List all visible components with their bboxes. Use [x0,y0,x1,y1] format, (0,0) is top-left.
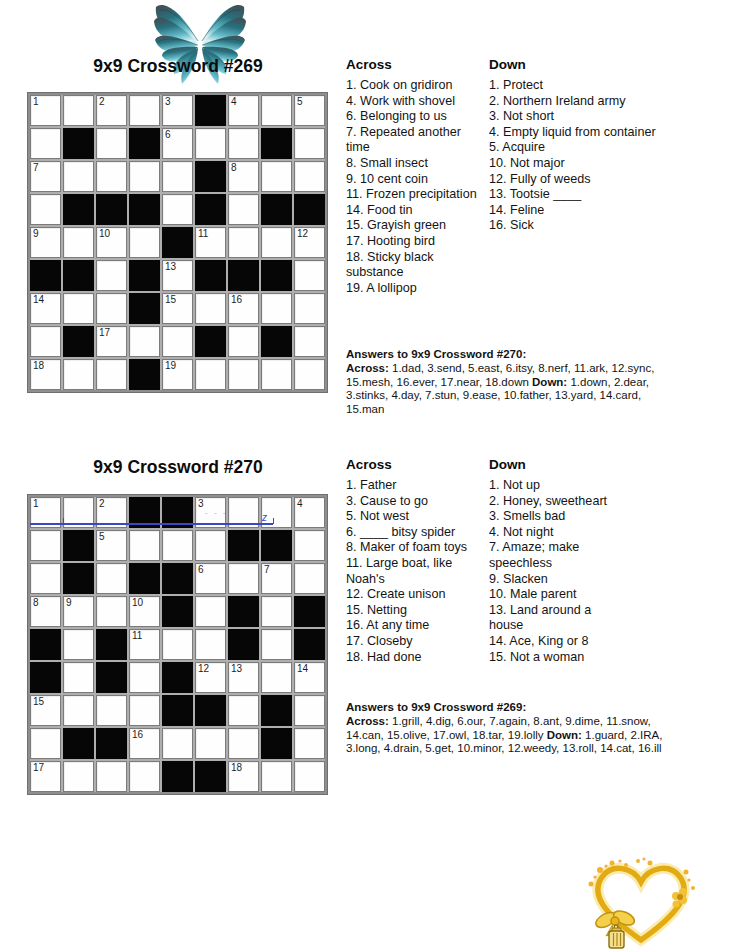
letter-cell[interactable] [30,563,61,594]
block-cell [63,260,94,291]
letter-cell[interactable] [195,128,226,159]
clue-across-12: 12. Create unison [346,587,486,603]
clue-number: 16 [231,294,242,305]
letter-cell[interactable] [129,95,160,126]
block-cell [96,629,127,660]
block-cell [162,227,193,258]
clue-down-5: 5. Acquire [489,140,659,156]
letter-cell[interactable] [162,194,193,225]
block-cell [129,260,160,291]
clue-across-15: 15. Grayish green [346,218,482,234]
clue-down-15: 15. Not a woman [489,650,621,666]
clue-down-13: 13. Land around a house [489,603,621,634]
clue-number: 5 [297,96,303,107]
clue-across-6: 6. Belonging to us [346,109,482,125]
clue-across-5: 5. Not west [346,509,486,525]
block-cell [96,728,127,759]
answers-down-label: Down: [547,729,582,741]
answer-key-body: Across: 1.dad, 3.send, 5.east, 6.itsy, 8… [346,362,676,417]
letter-cell[interactable]: 18 [30,359,61,390]
letter-cell[interactable]: 13 [162,260,193,291]
letter-cell[interactable] [195,293,226,324]
clues-269: Across 1. Cook on gridiron4. Work with s… [346,57,659,296]
letter-cell[interactable] [96,563,127,594]
clue-across-9: 9. 10 cent coin [346,172,482,188]
letter-cell[interactable] [162,161,193,192]
letter-cell[interactable]: 10 [96,227,127,258]
letter-cell[interactable] [30,326,61,357]
letter-cell[interactable]: 11 [195,227,226,258]
clue-number: 14 [297,663,308,674]
block-cell [30,629,61,660]
clue-number: 9 [33,228,39,239]
puzzle-270-title: 9x9 Crossword #270 [28,457,328,478]
clue-down-14: 14. Ace, King or 8 [489,634,621,650]
letter-cell[interactable]: 7 [30,161,61,192]
clue-number: 15 [165,294,176,305]
letter-cell[interactable] [162,326,193,357]
letter-cell[interactable] [63,293,94,324]
letter-cell[interactable] [96,128,127,159]
letter-cell[interactable]: 6 [162,128,193,159]
letter-cell[interactable]: 5 [294,95,325,126]
block-cell [261,530,292,561]
clue-number: 18 [231,762,242,773]
block-cell [261,695,292,726]
clue-number: 9 [66,597,72,608]
letter-cell[interactable]: 6 [195,563,226,594]
clue-down-3: 3. Smells bad [489,509,621,525]
letter-cell[interactable]: 9 [63,596,94,627]
clue-across-4: 4. Work with shovel [346,94,482,110]
answers-across-label: Across: [346,362,389,374]
clue-down-4: 4. Not night [489,525,621,541]
letter-cell[interactable] [195,728,226,759]
puzzle-269-title: 9x9 Crossword #269 [28,56,328,77]
answer-key-body: Across: 1.grill, 4.dig, 6.our, 7.again, … [346,715,676,756]
clue-across-11: 11. Large boat, like Noah's [346,556,486,587]
clue-across-1: 1. Father [346,478,486,494]
block-cell [63,530,94,561]
letter-cell[interactable] [261,95,292,126]
letter-cell[interactable] [96,293,127,324]
letter-cell[interactable]: 16 [129,728,160,759]
letter-cell[interactable]: 9 [30,227,61,258]
block-cell [195,194,226,225]
clue-across-8: 8. Small insect [346,156,482,172]
letter-cell[interactable] [129,761,160,792]
block-cell [294,194,325,225]
letter-cell[interactable]: 1 [30,95,61,126]
block-cell [162,761,193,792]
letter-cell[interactable] [63,761,94,792]
letter-cell[interactable] [261,293,292,324]
letter-cell[interactable] [261,161,292,192]
letter-cell[interactable]: 3 [162,95,193,126]
block-cell [162,662,193,693]
clue-down-7: 7. Amaze; make speechless [489,540,621,571]
letter-cell[interactable]: 10 [129,596,160,627]
letter-cell[interactable] [294,293,325,324]
clue-number: 10 [132,597,143,608]
letter-cell[interactable] [228,359,259,390]
clue-down-13: 13. Tootsie ____ [489,187,659,203]
letter-cell[interactable]: 8 [30,596,61,627]
letter-cell[interactable] [63,359,94,390]
answer-key-heading: Answers to 9x9 Crossword #270: [346,348,676,362]
clue-across-7: 7. Repeated another time [346,125,482,156]
clue-number: 8 [231,162,237,173]
letter-cell[interactable]: 16 [228,293,259,324]
letter-cell[interactable]: 7 [261,563,292,594]
block-cell [195,161,226,192]
selection-dashes-artifact: - - - [205,508,227,517]
letter-cell[interactable] [129,161,160,192]
clue-number: 15 [33,696,44,707]
clues-269-across-column: Across 1. Cook on gridiron4. Work with s… [346,57,482,296]
letter-cell[interactable] [294,161,325,192]
clue-across-14: 14. Food tin [346,203,482,219]
letter-cell[interactable] [195,530,226,561]
block-cell [228,260,259,291]
block-cell [195,260,226,291]
block-cell [63,326,94,357]
letter-cell[interactable] [96,359,127,390]
clue-number: 1 [33,498,39,509]
block-cell [228,596,259,627]
gold-heart-lantern-icon [576,854,706,950]
answers-across-label: Across: [346,715,389,727]
letter-cell[interactable] [261,359,292,390]
letter-cell[interactable] [261,596,292,627]
clues-269-down-column: Down 1. Protect2. Northern Ireland army3… [489,57,659,234]
letter-cell[interactable] [294,761,325,792]
crossword-grid-270: 123456789101112131415161718 [28,495,327,794]
letter-cell[interactable] [261,662,292,693]
clues-270-down-column: Down 1. Not up2. Honey, sweetheart3. Sme… [489,457,621,665]
block-cell [30,662,61,693]
clue-across-15: 15. Netting [346,603,486,619]
answers-down-label: Down: [532,376,567,388]
selection-tick-artifact [273,518,274,524]
letter-cell[interactable]: 18 [228,761,259,792]
down-header: Down [489,457,621,473]
letter-cell[interactable] [228,326,259,357]
selection-line-artifact [30,523,273,525]
clue-down-10: 10. Male parent [489,587,621,603]
letter-cell[interactable] [162,530,193,561]
block-cell [294,629,325,660]
answer-key-269: Answers to 9x9 Crossword #269: Across: 1… [346,701,676,756]
block-cell [162,695,193,726]
letter-cell[interactable] [96,596,127,627]
letter-cell[interactable] [261,227,292,258]
crossword-grid-269: 12345678910111213141516171819 [28,93,327,392]
clue-down-3: 3. Not short [489,109,659,125]
letter-cell[interactable]: 12 [195,662,226,693]
clue-number: 10 [99,228,110,239]
clues-270-across-column: Across 1. Father3. Cause to go5. Not wes… [346,457,486,665]
block-cell [129,359,160,390]
block-cell [63,194,94,225]
clue-number: 7 [264,564,270,575]
letter-cell[interactable] [261,629,292,660]
letter-cell[interactable] [228,194,259,225]
letter-cell[interactable] [96,161,127,192]
letter-cell[interactable]: 17 [30,761,61,792]
block-cell [96,194,127,225]
clue-down-9: 9. Slacken [489,572,621,588]
block-cell [228,530,259,561]
block-cell [129,128,160,159]
clue-across-18: 18. Sticky black substance [346,250,482,281]
letter-cell[interactable] [63,161,94,192]
clues-270: Across 1. Father3. Cause to go5. Not wes… [346,457,621,665]
clue-number: 3 [165,96,171,107]
selection-tick-artifact [63,518,64,524]
letter-cell[interactable] [162,728,193,759]
clue-across-8: 8. Maker of foam toys [346,540,486,556]
clue-number: 5 [99,531,105,542]
block-cell [30,260,61,291]
clue-number: 2 [99,498,105,509]
block-cell [63,128,94,159]
letter-cell[interactable] [294,359,325,390]
clue-number: 4 [297,498,303,509]
letter-cell[interactable]: 12 [294,227,325,258]
letter-cell[interactable] [294,695,325,726]
letter-cell[interactable] [294,326,325,357]
clue-down-1: 1. Not up [489,478,621,494]
letter-cell[interactable] [30,530,61,561]
clue-number: 7 [33,162,39,173]
letter-cell[interactable] [228,128,259,159]
block-cell [261,194,292,225]
clue-number: 2 [99,96,105,107]
block-cell [294,596,325,627]
clue-number: 11 [132,630,142,641]
clue-down-1: 1. Protect [489,78,659,94]
answer-key-heading: Answers to 9x9 Crossword #269: [346,701,676,715]
block-cell [261,326,292,357]
clue-number: 8 [33,597,39,608]
clue-down-12: 12. Fully of weeds [489,172,659,188]
letter-cell[interactable] [294,728,325,759]
clue-down-14: 14. Feline [489,203,659,219]
letter-cell[interactable] [228,695,259,726]
letter-cell[interactable]: 15 [162,293,193,324]
clue-across-19: 19. A lollipop [346,281,482,297]
clue-number: 11 [198,228,208,239]
letter-cell[interactable] [96,695,127,726]
clue-number: 16 [132,729,143,740]
clue-number: 12 [198,663,209,674]
letter-cell[interactable] [63,662,94,693]
letter-cell[interactable]: 8 [228,161,259,192]
worksheet-page: { "game": "crossword", "labels": { "acro… [0,0,736,952]
letter-cell[interactable]: 17 [96,326,127,357]
clue-number: 6 [165,129,171,140]
block-cell [261,728,292,759]
clue-across-18: 18. Had done [346,650,486,666]
clue-number: 13 [165,261,176,272]
letter-cell[interactable] [129,530,160,561]
letter-cell[interactable] [129,695,160,726]
letter-cell[interactable] [195,629,226,660]
clue-down-4: 4. Empty liquid from container [489,125,659,141]
letter-cell[interactable] [261,761,292,792]
letter-cell[interactable]: 5 [96,530,127,561]
letter-cell[interactable]: 11 [129,629,160,660]
letter-cell[interactable] [63,695,94,726]
clue-across-17: 17. Closeby [346,634,486,650]
clue-number: 19 [165,360,176,371]
letter-cell[interactable]: 13 [228,662,259,693]
clue-number: 14 [33,294,44,305]
letter-cell[interactable] [30,728,61,759]
block-cell [129,194,160,225]
letter-cell[interactable] [294,260,325,291]
letter-cell[interactable] [96,761,127,792]
letter-cell[interactable]: 2 [96,95,127,126]
letter-cell[interactable] [30,128,61,159]
letter-cell[interactable] [228,227,259,258]
letter-cell[interactable] [162,629,193,660]
across-header: Across [346,57,482,73]
letter-cell[interactable] [129,662,160,693]
selection-marker-artifact: z [262,513,267,523]
clue-number: 17 [33,762,44,773]
clue-number: 12 [297,228,308,239]
down-header: Down [489,57,659,73]
block-cell [261,260,292,291]
clue-across-3: 3. Cause to go [346,494,486,510]
letter-cell[interactable]: 15 [30,695,61,726]
block-cell [195,761,226,792]
clue-number: 18 [33,360,44,371]
letter-cell[interactable]: 4 [228,95,259,126]
clue-across-11: 11. Frozen precipitation [346,187,482,203]
block-cell [63,563,94,594]
clue-number: 13 [231,663,242,674]
block-cell [162,596,193,627]
clue-across-17: 17. Hooting bird [346,234,482,250]
letter-cell[interactable] [228,728,259,759]
letter-cell[interactable] [129,326,160,357]
letter-cell[interactable]: 14 [30,293,61,324]
block-cell [63,728,94,759]
letter-cell[interactable]: 19 [162,359,193,390]
letter-cell[interactable]: 14 [294,662,325,693]
block-cell [195,695,226,726]
letter-cell[interactable] [294,128,325,159]
clue-across-16: 16. At any time [346,618,486,634]
letter-cell[interactable] [63,629,94,660]
clue-down-10: 10. Not major [489,156,659,172]
letter-cell[interactable]: 4 [294,497,325,528]
letter-cell[interactable] [294,530,325,561]
clue-down-16: 16. Sick [489,218,659,234]
clue-across-1: 1. Cook on gridiron [346,78,482,94]
letter-cell[interactable] [228,563,259,594]
letter-cell[interactable] [129,227,160,258]
letter-cell[interactable] [30,194,61,225]
block-cell [261,128,292,159]
block-cell [195,326,226,357]
answer-key-270: Answers to 9x9 Crossword #270: Across: 1… [346,348,676,417]
clue-number: 4 [231,96,237,107]
clue-number: 1 [33,96,39,107]
block-cell [129,293,160,324]
clue-across-6: 6. ____ bitsy spider [346,525,486,541]
letter-cell[interactable] [294,563,325,594]
letter-cell[interactable] [195,596,226,627]
clue-down-2: 2. Northern Ireland army [489,94,659,110]
block-cell [162,563,193,594]
clue-number: 6 [198,564,204,575]
letter-cell[interactable] [63,227,94,258]
clue-down-2: 2. Honey, sweetheart [489,494,621,510]
across-header: Across [346,457,486,473]
letter-cell[interactable] [195,359,226,390]
block-cell [129,563,160,594]
block-cell [228,629,259,660]
letter-cell[interactable] [63,95,94,126]
clue-number: 3 [198,498,204,509]
letter-cell[interactable] [96,260,127,291]
clue-number: 17 [99,327,110,338]
block-cell [96,662,127,693]
block-cell [195,95,226,126]
